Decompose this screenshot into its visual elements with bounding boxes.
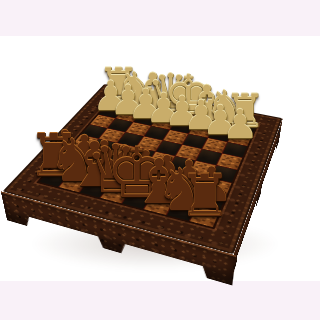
square-a2 <box>51 157 79 173</box>
square-b1 <box>59 174 88 192</box>
square-c1 <box>80 179 109 197</box>
square-g5 <box>196 149 221 165</box>
product-photo-canvas: ♜♞♝♛♚♝♞♜♟♟♟♟♟♟♟♟♟♟♟♟♟♟♟♟♜♞♝♛♚♝♞♜ <box>0 0 320 320</box>
square-b3 <box>80 150 107 166</box>
square-f1 <box>144 195 173 215</box>
square-f4 <box>169 156 195 172</box>
square-e4 <box>148 152 174 168</box>
square-c2 <box>90 167 118 184</box>
square-f3 <box>161 169 188 186</box>
square-e3 <box>140 164 167 181</box>
square-g3 <box>182 173 209 191</box>
chess-set-photo: ♜♞♝♛♚♝♞♜♟♟♟♟♟♟♟♟♟♟♟♟♟♟♟♟♜♞♝♛♚♝♞♜ <box>0 0 320 320</box>
square-b2 <box>70 162 98 179</box>
square-h1 <box>190 206 219 227</box>
square-h3 <box>204 178 231 196</box>
square-h4 <box>211 166 237 183</box>
square-a3 <box>61 146 88 161</box>
square-h5 <box>217 154 242 170</box>
square-g1 <box>167 201 196 221</box>
square-f2 <box>153 181 181 199</box>
square-a1 <box>39 170 68 187</box>
square-d1 <box>101 185 130 204</box>
square-h2 <box>197 192 225 211</box>
square-e1 <box>122 190 151 209</box>
square-g4 <box>190 161 216 178</box>
square-d3 <box>120 159 147 175</box>
square-d2 <box>111 171 139 188</box>
square-c3 <box>100 155 127 171</box>
chess-board <box>39 97 256 227</box>
square-e2 <box>131 176 159 194</box>
square-g2 <box>175 187 203 206</box>
